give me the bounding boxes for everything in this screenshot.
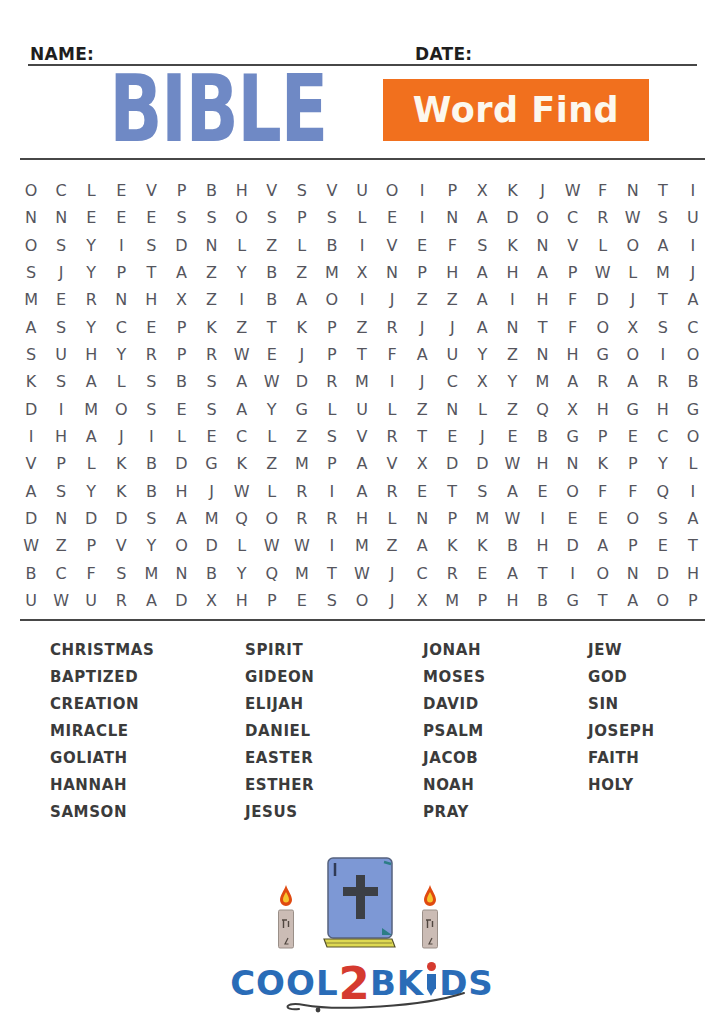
grid-cell[interactable]: A xyxy=(467,204,497,231)
grid-cell[interactable]: G xyxy=(287,396,317,423)
grid-cell[interactable]: Z xyxy=(197,259,227,286)
grid-cell[interactable]: I xyxy=(558,559,588,586)
grid-cell[interactable]: Q xyxy=(648,477,678,504)
grid-cell[interactable]: A xyxy=(618,587,648,614)
grid-cell[interactable]: P xyxy=(618,532,648,559)
grid-cell[interactable]: B xyxy=(136,477,166,504)
grid-cell[interactable]: L xyxy=(678,450,708,477)
grid-cell[interactable]: T xyxy=(527,559,557,586)
grid-cell[interactable]: J xyxy=(618,286,648,313)
grid-cell[interactable]: B xyxy=(497,532,527,559)
grid-cell[interactable]: X xyxy=(407,450,437,477)
grid-cell[interactable]: Z xyxy=(497,396,527,423)
grid-cell[interactable]: J xyxy=(377,587,407,614)
grid-cell[interactable]: J xyxy=(407,368,437,395)
grid-cell[interactable]: A xyxy=(527,259,557,286)
grid-cell[interactable]: Z xyxy=(497,341,527,368)
grid-cell[interactable]: W xyxy=(257,532,287,559)
grid-cell[interactable]: Z xyxy=(377,532,407,559)
grid-cell[interactable]: X xyxy=(197,587,227,614)
grid-cell[interactable]: N xyxy=(16,204,46,231)
grid-cell[interactable]: H xyxy=(227,587,257,614)
grid-cell[interactable]: R xyxy=(287,477,317,504)
grid-cell[interactable]: S xyxy=(467,477,497,504)
grid-cell[interactable]: V xyxy=(16,450,46,477)
grid-cell[interactable]: H xyxy=(497,587,527,614)
grid-cell[interactable]: F xyxy=(588,477,618,504)
grid-cell[interactable]: B xyxy=(527,423,557,450)
grid-cell[interactable]: W xyxy=(227,477,257,504)
grid-cell[interactable]: O xyxy=(347,587,377,614)
grid-cell[interactable]: E xyxy=(377,204,407,231)
grid-cell[interactable]: N xyxy=(497,314,527,341)
grid-cell[interactable]: V xyxy=(377,232,407,259)
grid-cell[interactable]: Z xyxy=(227,314,257,341)
grid-cell[interactable]: B xyxy=(197,559,227,586)
grid-cell[interactable]: D xyxy=(197,532,227,559)
grid-cell[interactable]: S xyxy=(136,396,166,423)
grid-cell[interactable]: Y xyxy=(136,532,166,559)
grid-cell[interactable]: L xyxy=(166,423,196,450)
grid-cell[interactable]: M xyxy=(467,505,497,532)
grid-cell[interactable]: P xyxy=(588,423,618,450)
grid-cell[interactable]: S xyxy=(648,505,678,532)
grid-cell[interactable]: S xyxy=(317,423,347,450)
grid-cell[interactable]: S xyxy=(16,259,46,286)
grid-cell[interactable]: O xyxy=(648,587,678,614)
grid-cell[interactable]: S xyxy=(136,368,166,395)
grid-cell[interactable]: V xyxy=(347,423,377,450)
grid-cell[interactable]: A xyxy=(347,450,377,477)
grid-cell[interactable]: B xyxy=(527,587,557,614)
grid-cell[interactable]: E xyxy=(527,477,557,504)
grid-cell[interactable]: W xyxy=(227,341,257,368)
grid-cell[interactable]: C xyxy=(407,559,437,586)
grid-cell[interactable]: A xyxy=(467,259,497,286)
grid-cell[interactable]: J xyxy=(407,314,437,341)
grid-cell[interactable]: L xyxy=(317,396,347,423)
grid-cell[interactable]: H xyxy=(527,286,557,313)
grid-cell[interactable]: V xyxy=(377,450,407,477)
grid-cell[interactable]: F xyxy=(558,314,588,341)
grid-cell[interactable]: T xyxy=(347,341,377,368)
grid-cell[interactable]: T xyxy=(588,587,618,614)
grid-cell[interactable]: C xyxy=(437,368,467,395)
grid-cell[interactable]: Z xyxy=(287,259,317,286)
grid-cell[interactable]: P xyxy=(166,177,196,204)
grid-cell[interactable]: I xyxy=(527,505,557,532)
grid-cell[interactable]: V xyxy=(558,232,588,259)
grid-cell[interactable]: V xyxy=(136,177,166,204)
grid-cell[interactable]: Y xyxy=(227,259,257,286)
grid-cell[interactable]: R xyxy=(377,477,407,504)
grid-cell[interactable]: E xyxy=(497,423,527,450)
grid-cell[interactable]: P xyxy=(106,259,136,286)
grid-cell[interactable]: X xyxy=(407,587,437,614)
grid-cell[interactable]: W xyxy=(558,177,588,204)
grid-cell[interactable]: N xyxy=(527,232,557,259)
grid-cell[interactable]: N xyxy=(46,505,76,532)
grid-cell[interactable]: A xyxy=(227,396,257,423)
grid-cell[interactable]: A xyxy=(16,477,46,504)
grid-cell[interactable]: Y xyxy=(648,450,678,477)
grid-cell[interactable]: A xyxy=(407,341,437,368)
grid-cell[interactable]: F xyxy=(76,559,106,586)
grid-cell[interactable]: P xyxy=(76,532,106,559)
grid-cell[interactable]: O xyxy=(106,396,136,423)
grid-cell[interactable]: I xyxy=(227,286,257,313)
grid-cell[interactable]: H xyxy=(437,259,467,286)
grid-cell[interactable]: P xyxy=(618,450,648,477)
grid-cell[interactable]: F xyxy=(437,232,467,259)
grid-cell[interactable]: H xyxy=(648,396,678,423)
grid-cell[interactable]: D xyxy=(287,368,317,395)
grid-cell[interactable]: P xyxy=(558,259,588,286)
grid-cell[interactable]: V xyxy=(106,532,136,559)
grid-cell[interactable]: D xyxy=(76,505,106,532)
grid-cell[interactable]: P xyxy=(317,341,347,368)
grid-cell[interactable]: N xyxy=(618,559,648,586)
grid-cell[interactable]: N xyxy=(166,559,196,586)
grid-cell[interactable]: I xyxy=(136,423,166,450)
grid-cell[interactable]: B xyxy=(136,450,166,477)
grid-cell[interactable]: S xyxy=(46,232,76,259)
grid-cell[interactable]: I xyxy=(317,532,347,559)
grid-cell[interactable]: D xyxy=(166,450,196,477)
grid-cell[interactable]: S xyxy=(46,477,76,504)
grid-cell[interactable]: B xyxy=(16,559,46,586)
grid-cell[interactable]: P xyxy=(467,587,497,614)
grid-cell[interactable]: P xyxy=(678,587,708,614)
grid-cell[interactable]: M xyxy=(16,286,46,313)
grid-cell[interactable]: F xyxy=(558,286,588,313)
grid-cell[interactable]: M xyxy=(317,259,347,286)
grid-cell[interactable]: I xyxy=(407,177,437,204)
grid-cell[interactable]: X xyxy=(467,177,497,204)
grid-cell[interactable]: B xyxy=(678,368,708,395)
grid-cell[interactable]: K xyxy=(106,450,136,477)
grid-cell[interactable]: N xyxy=(197,232,227,259)
grid-cell[interactable]: X xyxy=(467,368,497,395)
grid-cell[interactable]: P xyxy=(437,505,467,532)
grid-cell[interactable]: S xyxy=(197,204,227,231)
grid-cell[interactable]: I xyxy=(678,232,708,259)
grid-cell[interactable]: H xyxy=(588,396,618,423)
grid-cell[interactable]: N xyxy=(527,341,557,368)
grid-cell[interactable]: L xyxy=(287,232,317,259)
grid-cell[interactable]: L xyxy=(106,368,136,395)
grid-cell[interactable]: D xyxy=(16,396,46,423)
grid-cell[interactable]: X xyxy=(166,286,196,313)
grid-cell[interactable]: S xyxy=(467,232,497,259)
grid-cell[interactable]: E xyxy=(558,505,588,532)
grid-cell[interactable]: J xyxy=(106,423,136,450)
grid-cell[interactable]: R xyxy=(287,505,317,532)
grid-cell[interactable]: R xyxy=(437,559,467,586)
grid-cell[interactable]: O xyxy=(527,204,557,231)
grid-cell[interactable]: P xyxy=(166,341,196,368)
grid-cell[interactable]: A xyxy=(618,368,648,395)
grid-cell[interactable]: R xyxy=(377,423,407,450)
grid-cell[interactable]: G xyxy=(197,450,227,477)
grid-cell[interactable]: L xyxy=(347,204,377,231)
grid-cell[interactable]: B xyxy=(317,232,347,259)
grid-cell[interactable]: N xyxy=(46,204,76,231)
grid-cell[interactable]: A xyxy=(136,587,166,614)
grid-cell[interactable]: L xyxy=(227,532,257,559)
grid-cell[interactable]: E xyxy=(76,204,106,231)
grid-cell[interactable]: P xyxy=(46,450,76,477)
grid-cell[interactable]: W xyxy=(46,587,76,614)
grid-cell[interactable]: M xyxy=(347,368,377,395)
grid-cell[interactable]: P xyxy=(166,314,196,341)
grid-cell[interactable]: T xyxy=(407,423,437,450)
grid-cell[interactable]: G xyxy=(588,341,618,368)
grid-cell[interactable]: J xyxy=(377,559,407,586)
grid-cell[interactable]: D xyxy=(106,505,136,532)
grid-cell[interactable]: F xyxy=(588,177,618,204)
grid-cell[interactable]: S xyxy=(16,341,46,368)
grid-cell[interactable]: M xyxy=(527,368,557,395)
grid-cell[interactable]: W xyxy=(347,559,377,586)
grid-cell[interactable]: X xyxy=(618,314,648,341)
grid-cell[interactable]: E xyxy=(197,423,227,450)
grid-cell[interactable]: K xyxy=(197,314,227,341)
grid-cell[interactable]: I xyxy=(347,286,377,313)
grid-cell[interactable]: K xyxy=(287,314,317,341)
grid-cell[interactable]: W xyxy=(588,259,618,286)
grid-cell[interactable]: S xyxy=(136,505,166,532)
grid-cell[interactable]: V xyxy=(257,177,287,204)
grid-cell[interactable]: S xyxy=(317,587,347,614)
grid-cell[interactable]: Q xyxy=(257,559,287,586)
grid-cell[interactable]: T xyxy=(648,286,678,313)
grid-cell[interactable]: K xyxy=(437,532,467,559)
grid-cell[interactable]: G xyxy=(558,587,588,614)
grid-cell[interactable]: R xyxy=(136,341,166,368)
grid-cell[interactable]: W xyxy=(497,505,527,532)
grid-cell[interactable]: M xyxy=(197,505,227,532)
grid-cell[interactable]: E xyxy=(106,177,136,204)
grid-cell[interactable]: G xyxy=(618,396,648,423)
grid-cell[interactable]: P xyxy=(287,204,317,231)
grid-cell[interactable]: H xyxy=(136,286,166,313)
grid-cell[interactable]: R xyxy=(588,368,618,395)
grid-cell[interactable]: A xyxy=(347,477,377,504)
grid-cell[interactable]: O xyxy=(678,423,708,450)
grid-cell[interactable]: Y xyxy=(497,368,527,395)
grid-cell[interactable]: R xyxy=(317,368,347,395)
grid-cell[interactable]: U xyxy=(437,341,467,368)
grid-cell[interactable]: K xyxy=(588,450,618,477)
grid-cell[interactable]: Z xyxy=(407,286,437,313)
grid-cell[interactable]: O xyxy=(377,177,407,204)
grid-cell[interactable]: A xyxy=(407,532,437,559)
grid-cell[interactable]: H xyxy=(678,559,708,586)
grid-cell[interactable]: O xyxy=(16,232,46,259)
grid-cell[interactable]: A xyxy=(648,232,678,259)
grid-cell[interactable]: J xyxy=(377,286,407,313)
grid-cell[interactable]: R xyxy=(197,341,227,368)
grid-cell[interactable]: T xyxy=(257,314,287,341)
grid-cell[interactable]: Z xyxy=(257,450,287,477)
grid-cell[interactable]: S xyxy=(166,204,196,231)
grid-cell[interactable]: E xyxy=(106,204,136,231)
grid-cell[interactable]: U xyxy=(46,341,76,368)
grid-cell[interactable]: I xyxy=(678,177,708,204)
grid-cell[interactable]: N xyxy=(618,177,648,204)
grid-cell[interactable]: Q xyxy=(527,396,557,423)
grid-cell[interactable]: D xyxy=(166,587,196,614)
grid-cell[interactable]: H xyxy=(76,341,106,368)
grid-cell[interactable]: S xyxy=(648,314,678,341)
grid-cell[interactable]: A xyxy=(588,532,618,559)
grid-cell[interactable]: E xyxy=(648,532,678,559)
grid-cell[interactable]: Y xyxy=(76,314,106,341)
grid-cell[interactable]: A xyxy=(166,505,196,532)
grid-cell[interactable]: N xyxy=(558,450,588,477)
grid-cell[interactable]: R xyxy=(588,204,618,231)
grid-cell[interactable]: Y xyxy=(257,396,287,423)
grid-cell[interactable]: Y xyxy=(76,477,106,504)
grid-cell[interactable]: O xyxy=(618,341,648,368)
grid-cell[interactable]: C xyxy=(227,423,257,450)
grid-cell[interactable]: C xyxy=(558,204,588,231)
grid-cell[interactable]: C xyxy=(46,559,76,586)
grid-cell[interactable]: P xyxy=(257,587,287,614)
grid-cell[interactable]: M xyxy=(287,450,317,477)
grid-cell[interactable]: M xyxy=(136,559,166,586)
grid-cell[interactable]: A xyxy=(497,559,527,586)
grid-cell[interactable]: I xyxy=(317,477,347,504)
grid-cell[interactable]: Z xyxy=(197,286,227,313)
grid-cell[interactable]: U xyxy=(678,204,708,231)
grid-cell[interactable]: M xyxy=(347,532,377,559)
grid-cell[interactable]: W xyxy=(497,450,527,477)
grid-cell[interactable]: H xyxy=(227,177,257,204)
grid-cell[interactable]: A xyxy=(166,259,196,286)
grid-cell[interactable]: A xyxy=(497,477,527,504)
grid-cell[interactable]: P xyxy=(437,177,467,204)
grid-cell[interactable]: E xyxy=(588,505,618,532)
grid-cell[interactable]: J xyxy=(678,259,708,286)
grid-cell[interactable]: I xyxy=(648,341,678,368)
grid-cell[interactable]: I xyxy=(678,477,708,504)
grid-cell[interactable]: E xyxy=(467,559,497,586)
grid-cell[interactable]: W xyxy=(16,532,46,559)
grid-cell[interactable]: G xyxy=(558,423,588,450)
grid-cell[interactable]: E xyxy=(437,423,467,450)
grid-cell[interactable]: X xyxy=(558,396,588,423)
grid-cell[interactable]: M xyxy=(76,396,106,423)
grid-cell[interactable]: A xyxy=(558,368,588,395)
grid-cell[interactable]: N xyxy=(407,505,437,532)
grid-cell[interactable]: I xyxy=(16,423,46,450)
grid-cell[interactable]: D xyxy=(166,232,196,259)
grid-cell[interactable]: Z xyxy=(407,396,437,423)
grid-cell[interactable]: P xyxy=(317,450,347,477)
grid-cell[interactable]: X xyxy=(347,259,377,286)
grid-cell[interactable]: A xyxy=(16,314,46,341)
grid-cell[interactable]: J xyxy=(437,314,467,341)
grid-cell[interactable]: N xyxy=(377,259,407,286)
grid-cell[interactable]: M xyxy=(287,559,317,586)
grid-cell[interactable]: S xyxy=(106,559,136,586)
grid-cell[interactable]: R xyxy=(317,505,347,532)
grid-cell[interactable]: S xyxy=(197,396,227,423)
grid-cell[interactable]: T xyxy=(527,314,557,341)
grid-cell[interactable]: L xyxy=(257,423,287,450)
grid-cell[interactable]: I xyxy=(407,204,437,231)
grid-cell[interactable]: C xyxy=(678,314,708,341)
grid-cell[interactable]: S xyxy=(317,204,347,231)
grid-cell[interactable]: B xyxy=(197,177,227,204)
grid-cell[interactable]: S xyxy=(287,177,317,204)
grid-cell[interactable]: M xyxy=(437,587,467,614)
grid-cell[interactable]: T xyxy=(678,532,708,559)
grid-cell[interactable]: C xyxy=(46,177,76,204)
grid-cell[interactable]: J xyxy=(527,177,557,204)
grid-cell[interactable]: T xyxy=(648,177,678,204)
grid-cell[interactable]: A xyxy=(76,423,106,450)
grid-cell[interactable]: M xyxy=(648,259,678,286)
grid-cell[interactable]: C xyxy=(648,423,678,450)
grid-cell[interactable]: P xyxy=(317,314,347,341)
grid-cell[interactable]: L xyxy=(257,477,287,504)
grid-cell[interactable]: B xyxy=(257,259,287,286)
grid-cell[interactable]: Y xyxy=(106,341,136,368)
grid-cell[interactable]: H xyxy=(347,505,377,532)
grid-cell[interactable]: Y xyxy=(76,259,106,286)
grid-cell[interactable]: A xyxy=(227,368,257,395)
grid-cell[interactable]: L xyxy=(588,232,618,259)
grid-cell[interactable]: H xyxy=(527,450,557,477)
grid-cell[interactable]: D xyxy=(558,532,588,559)
grid-cell[interactable]: U xyxy=(347,396,377,423)
grid-cell[interactable]: N xyxy=(106,286,136,313)
grid-cell[interactable]: I xyxy=(377,368,407,395)
grid-cell[interactable]: E xyxy=(287,587,317,614)
grid-cell[interactable]: J xyxy=(197,477,227,504)
grid-cell[interactable]: Y xyxy=(467,341,497,368)
grid-cell[interactable]: E xyxy=(46,286,76,313)
grid-cell[interactable]: J xyxy=(46,259,76,286)
grid-cell[interactable]: I xyxy=(106,232,136,259)
grid-cell[interactable]: R xyxy=(377,314,407,341)
grid-cell[interactable]: D xyxy=(16,505,46,532)
grid-cell[interactable]: O xyxy=(317,286,347,313)
grid-cell[interactable]: L xyxy=(377,505,407,532)
grid-cell[interactable]: Y xyxy=(227,559,257,586)
grid-cell[interactable]: H xyxy=(558,341,588,368)
grid-cell[interactable]: Z xyxy=(437,286,467,313)
grid-cell[interactable]: E xyxy=(136,314,166,341)
grid-cell[interactable]: E xyxy=(166,396,196,423)
grid-cell[interactable]: O xyxy=(588,559,618,586)
grid-cell[interactable]: T xyxy=(317,559,347,586)
grid-cell[interactable]: I xyxy=(46,396,76,423)
grid-cell[interactable]: O xyxy=(588,314,618,341)
grid-cell[interactable]: O xyxy=(558,477,588,504)
grid-cell[interactable]: E xyxy=(407,232,437,259)
grid-cell[interactable]: R xyxy=(648,368,678,395)
grid-cell[interactable]: L xyxy=(467,396,497,423)
grid-cell[interactable]: T xyxy=(136,259,166,286)
grid-cell[interactable]: E xyxy=(618,423,648,450)
grid-cell[interactable]: A xyxy=(76,368,106,395)
grid-cell[interactable]: A xyxy=(678,505,708,532)
grid-cell[interactable]: U xyxy=(76,587,106,614)
